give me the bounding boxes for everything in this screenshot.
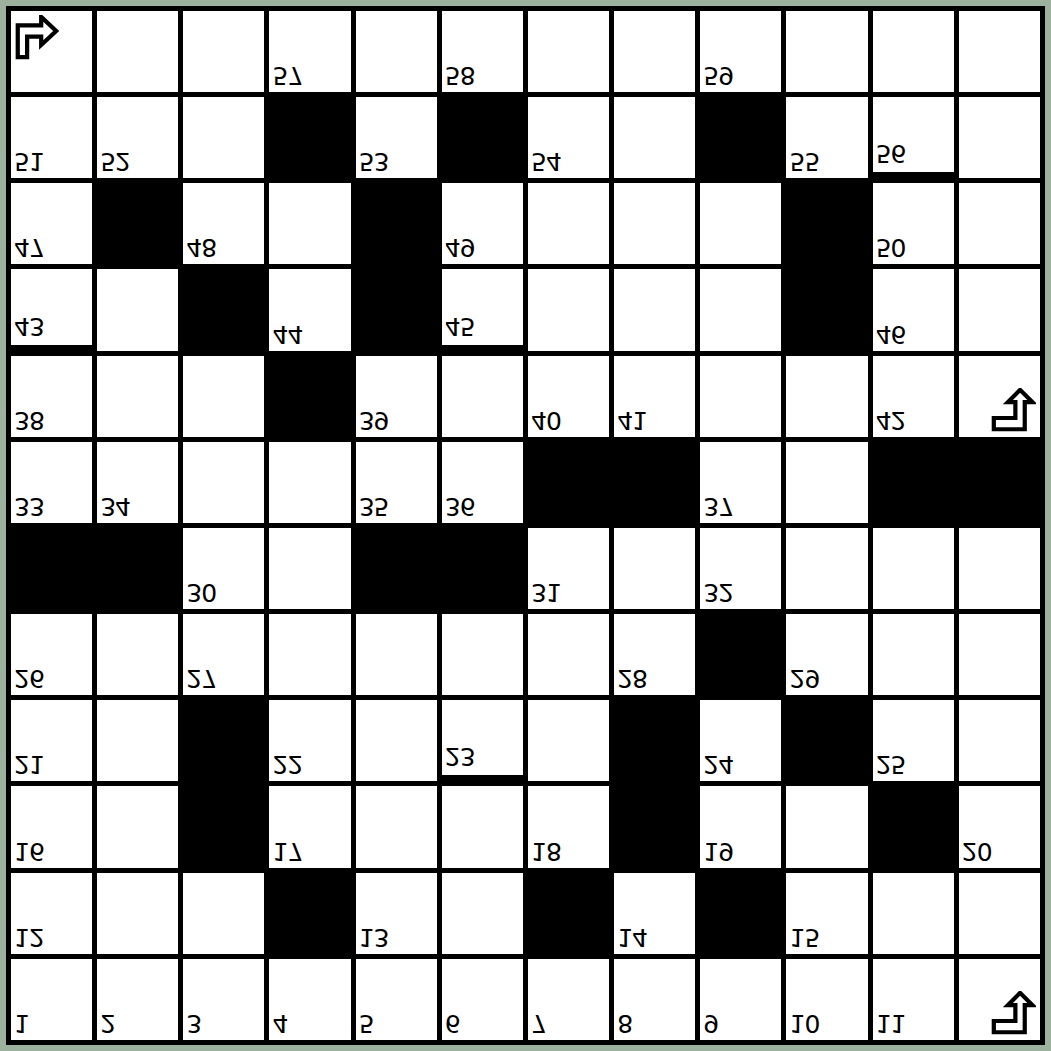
black-cell-r8c9 — [786, 700, 867, 781]
black-cell-r3c9 — [786, 269, 867, 350]
cell-r10c2[interactable] — [183, 873, 264, 954]
clue-number-51: 51 — [14, 149, 44, 174]
cell-r8c11[interactable] — [959, 700, 1040, 781]
cell-r8c5[interactable]: 23 — [442, 700, 523, 781]
cell-r7c1[interactable] — [97, 614, 178, 695]
cell-r7c7[interactable]: 28 — [614, 614, 695, 695]
cell-r10c1[interactable] — [97, 873, 178, 954]
cell-r1c10[interactable]: 56 — [873, 97, 954, 178]
cell-r4c5[interactable] — [442, 356, 523, 437]
black-cell-r6c0 — [11, 528, 92, 609]
crossword-board-frame: 5758595152535455564748495043444546383940… — [0, 0, 1051, 1051]
cell-r11c5[interactable]: 6 — [442, 959, 523, 1040]
cell-r4c4[interactable]: 39 — [356, 356, 437, 437]
cell-r3c6[interactable] — [528, 269, 609, 350]
cell-r11c4[interactable]: 5 — [356, 959, 437, 1040]
cell-r3c3[interactable]: 44 — [269, 269, 350, 350]
black-cell-r6c1 — [97, 528, 178, 609]
cell-r3c7[interactable] — [614, 269, 695, 350]
cell-r0c6[interactable] — [528, 11, 609, 92]
clue-number-52: 52 — [100, 149, 130, 174]
cell-r11c0[interactable]: 1 — [11, 959, 92, 1040]
cell-r3c10[interactable]: 46 — [873, 269, 954, 350]
cell-r9c8[interactable]: 19 — [700, 786, 781, 867]
cell-r8c10[interactable]: 25 — [873, 700, 954, 781]
clue-number-34: 34 — [100, 494, 130, 519]
cell-r0c1[interactable] — [97, 11, 178, 92]
black-cell-r8c2 — [183, 700, 264, 781]
cell-r10c7[interactable]: 14 — [614, 873, 695, 954]
clue-number-54: 54 — [531, 149, 561, 174]
black-cell-r10c6 — [528, 873, 609, 954]
cell-r10c5[interactable] — [442, 873, 523, 954]
cell-r4c6[interactable]: 40 — [528, 356, 609, 437]
cell-r7c10[interactable] — [873, 614, 954, 695]
cell-r5c5[interactable]: 36 — [442, 442, 523, 523]
clue-number-10: 10 — [789, 1011, 819, 1036]
cell-r6c11[interactable] — [959, 528, 1040, 609]
clue-number-25: 25 — [876, 752, 906, 777]
clue-number-12: 12 — [14, 925, 44, 950]
clue-number-5: 5 — [359, 1011, 374, 1036]
cell-r8c0[interactable]: 21 — [11, 700, 92, 781]
cell-r5c4[interactable]: 35 — [356, 442, 437, 523]
cell-r0c0[interactable] — [11, 11, 92, 92]
cell-r10c4[interactable]: 13 — [356, 873, 437, 954]
cell-r3c8[interactable] — [700, 269, 781, 350]
cell-r2c7[interactable] — [614, 183, 695, 264]
cell-r10c0[interactable]: 12 — [11, 873, 92, 954]
cell-r3c0[interactable]: 43 — [11, 269, 92, 350]
black-cell-r3c2 — [183, 269, 264, 350]
cell-r4c11[interactable] — [959, 356, 1040, 437]
clue-number-6: 6 — [445, 1011, 460, 1036]
clue-number-21: 21 — [14, 752, 44, 777]
cell-r2c5[interactable]: 49 — [442, 183, 523, 264]
cell-r4c8[interactable] — [700, 356, 781, 437]
cell-r9c5[interactable] — [442, 786, 523, 867]
cell-r0c5[interactable]: 58 — [442, 11, 523, 92]
clue-number-20: 20 — [962, 839, 992, 864]
black-cell-r5c6 — [528, 442, 609, 523]
cell-r7c4[interactable] — [356, 614, 437, 695]
black-cell-r1c5 — [442, 97, 523, 178]
clue-number-58: 58 — [445, 63, 475, 88]
clue-number-27: 27 — [186, 666, 216, 691]
black-cell-r6c5 — [442, 528, 523, 609]
clue-number-43: 43 — [14, 314, 44, 339]
clue-number-56: 56 — [876, 141, 906, 166]
clue-number-17: 17 — [272, 839, 302, 864]
cell-r9c4[interactable] — [356, 786, 437, 867]
black-cell-r3c4 — [356, 269, 437, 350]
cell-r8c3[interactable]: 22 — [269, 700, 350, 781]
cell-r4c2[interactable] — [183, 356, 264, 437]
cell-r9c11[interactable]: 20 — [959, 786, 1040, 867]
clue-number-40: 40 — [531, 408, 561, 433]
clue-number-29: 29 — [789, 666, 819, 691]
cell-r3c1[interactable] — [97, 269, 178, 350]
clue-number-11: 11 — [876, 1011, 906, 1036]
cell-r2c2[interactable]: 48 — [183, 183, 264, 264]
cell-r6c3[interactable] — [269, 528, 350, 609]
cell-r11c2[interactable]: 3 — [183, 959, 264, 1040]
crossword-grid: 5758595152535455564748495043444546383940… — [6, 6, 1045, 1045]
clue-number-19: 19 — [703, 839, 733, 864]
black-cell-r7c8 — [700, 614, 781, 695]
cell-r6c10[interactable] — [873, 528, 954, 609]
black-cell-r5c7 — [614, 442, 695, 523]
clue-number-23: 23 — [445, 744, 475, 769]
clue-number-50: 50 — [876, 235, 906, 260]
clue-number-38: 38 — [14, 408, 44, 433]
cell-r7c6[interactable] — [528, 614, 609, 695]
clue-number-30: 30 — [186, 580, 216, 605]
cell-r6c6[interactable]: 31 — [528, 528, 609, 609]
cell-r5c0[interactable]: 33 — [11, 442, 92, 523]
cell-r7c0[interactable]: 26 — [11, 614, 92, 695]
cell-r1c7[interactable] — [614, 97, 695, 178]
cell-r4c0[interactable]: 38 — [11, 356, 92, 437]
cell-r6c8[interactable]: 32 — [700, 528, 781, 609]
clue-number-44: 44 — [272, 322, 302, 347]
clue-number-36: 36 — [445, 494, 475, 519]
clue-number-8: 8 — [617, 1011, 632, 1036]
cell-r9c0[interactable]: 16 — [11, 786, 92, 867]
cell-r0c9[interactable] — [786, 11, 867, 92]
black-cell-r2c1 — [97, 183, 178, 264]
cell-r0c2[interactable] — [183, 11, 264, 92]
cell-r4c7[interactable]: 41 — [614, 356, 695, 437]
black-cell-r4c3 — [269, 356, 350, 437]
cell-r1c0[interactable]: 51 — [11, 97, 92, 178]
clue-number-32: 32 — [703, 580, 733, 605]
cell-r11c7[interactable]: 8 — [614, 959, 695, 1040]
clue-number-7: 7 — [531, 1011, 546, 1036]
clue-number-47: 47 — [14, 235, 44, 260]
black-cell-r2c4 — [356, 183, 437, 264]
black-cell-r5c11 — [959, 442, 1040, 523]
cell-r7c2[interactable]: 27 — [183, 614, 264, 695]
clue-number-2: 2 — [100, 1011, 115, 1036]
black-cell-r6c4 — [356, 528, 437, 609]
cell-r2c11[interactable] — [959, 183, 1040, 264]
clue-number-33: 33 — [14, 494, 44, 519]
black-cell-r1c3 — [269, 97, 350, 178]
cell-r8c1[interactable] — [97, 700, 178, 781]
cell-r1c1[interactable]: 52 — [97, 97, 178, 178]
cell-r0c10[interactable] — [873, 11, 954, 92]
cell-r9c3[interactable]: 17 — [269, 786, 350, 867]
cell-r11c6[interactable]: 7 — [528, 959, 609, 1040]
cell-r4c1[interactable] — [97, 356, 178, 437]
cell-r8c4[interactable] — [356, 700, 437, 781]
clue-number-31: 31 — [531, 580, 561, 605]
cell-r11c3[interactable]: 4 — [269, 959, 350, 1040]
cell-r2c8[interactable] — [700, 183, 781, 264]
clue-number-46: 46 — [876, 322, 906, 347]
clue-number-35: 35 — [359, 494, 389, 519]
clue-number-14: 14 — [617, 925, 647, 950]
cell-r11c8[interactable]: 9 — [700, 959, 781, 1040]
clue-number-49: 49 — [445, 235, 475, 260]
clue-number-48: 48 — [186, 235, 216, 260]
clue-number-39: 39 — [359, 408, 389, 433]
cell-r0c11[interactable] — [959, 11, 1040, 92]
cell-r4c9[interactable] — [786, 356, 867, 437]
cell-r2c3[interactable] — [269, 183, 350, 264]
black-cell-r1c8 — [700, 97, 781, 178]
cell-r6c9[interactable] — [786, 528, 867, 609]
cell-r7c9[interactable]: 29 — [786, 614, 867, 695]
cell-r1c9[interactable]: 55 — [786, 97, 867, 178]
cell-r10c11[interactable] — [959, 873, 1040, 954]
cell-r2c0[interactable]: 47 — [11, 183, 92, 264]
cell-r4c10[interactable]: 42 — [873, 356, 954, 437]
clue-number-26: 26 — [14, 666, 44, 691]
black-cell-r9c10 — [873, 786, 954, 867]
cell-r8c8[interactable]: 24 — [700, 700, 781, 781]
cell-r3c5[interactable]: 45 — [442, 269, 523, 350]
clue-number-22: 22 — [272, 752, 302, 777]
clue-number-59: 59 — [703, 63, 733, 88]
cell-r0c7[interactable] — [614, 11, 695, 92]
clue-number-53: 53 — [359, 149, 389, 174]
cell-r5c2[interactable] — [183, 442, 264, 523]
clue-number-45: 45 — [445, 314, 475, 339]
cell-r6c7[interactable] — [614, 528, 695, 609]
cell-r1c4[interactable]: 53 — [356, 97, 437, 178]
clue-number-3: 3 — [186, 1011, 201, 1036]
clue-number-57: 57 — [272, 63, 302, 88]
cell-r1c11[interactable] — [959, 97, 1040, 178]
bent-arrow-up-right-icon — [14, 15, 59, 60]
clue-number-28: 28 — [617, 666, 647, 691]
black-cell-r8c7 — [614, 700, 695, 781]
clue-number-13: 13 — [359, 925, 389, 950]
cell-r9c1[interactable] — [97, 786, 178, 867]
bent-arrow-right-up-icon — [991, 991, 1036, 1036]
cell-r11c11[interactable] — [959, 959, 1040, 1040]
cell-r7c11[interactable] — [959, 614, 1040, 695]
clue-number-4: 4 — [272, 1011, 287, 1036]
cell-r9c9[interactable] — [786, 786, 867, 867]
cell-r9c6[interactable]: 18 — [528, 786, 609, 867]
cell-r2c6[interactable] — [528, 183, 609, 264]
cell-r5c8[interactable]: 37 — [700, 442, 781, 523]
cell-r0c3[interactable]: 57 — [269, 11, 350, 92]
cell-r0c4[interactable] — [356, 11, 437, 92]
cell-r11c9[interactable]: 10 — [786, 959, 867, 1040]
black-cell-r9c2 — [183, 786, 264, 867]
cell-r0c8[interactable]: 59 — [700, 11, 781, 92]
bent-arrow-right-up-icon — [991, 388, 1036, 433]
clue-number-24: 24 — [703, 752, 733, 777]
cell-r11c10[interactable]: 11 — [873, 959, 954, 1040]
cell-r10c10[interactable] — [873, 873, 954, 954]
clue-number-1: 1 — [14, 1011, 29, 1036]
clue-number-41: 41 — [617, 408, 647, 433]
clue-number-18: 18 — [531, 839, 561, 864]
black-cell-r2c9 — [786, 183, 867, 264]
cell-r7c3[interactable] — [269, 614, 350, 695]
black-cell-r5c10 — [873, 442, 954, 523]
cell-r7c5[interactable] — [442, 614, 523, 695]
clue-number-37: 37 — [703, 494, 733, 519]
cell-r6c2[interactable]: 30 — [183, 528, 264, 609]
cell-r1c2[interactable] — [183, 97, 264, 178]
clue-number-55: 55 — [789, 149, 819, 174]
cell-r10c9[interactable]: 15 — [786, 873, 867, 954]
clue-number-42: 42 — [876, 408, 906, 433]
cell-r1c6[interactable]: 54 — [528, 97, 609, 178]
black-cell-r10c3 — [269, 873, 350, 954]
black-cell-r9c7 — [614, 786, 695, 867]
cell-r5c1[interactable]: 34 — [97, 442, 178, 523]
black-cell-r10c8 — [700, 873, 781, 954]
clue-number-15: 15 — [789, 925, 819, 950]
cell-r5c9[interactable] — [786, 442, 867, 523]
cell-r3c11[interactable] — [959, 269, 1040, 350]
cell-r8c6[interactable] — [528, 700, 609, 781]
cell-r2c10[interactable]: 50 — [873, 183, 954, 264]
cell-r5c3[interactable] — [269, 442, 350, 523]
clue-number-16: 16 — [14, 839, 44, 864]
cell-r11c1[interactable]: 2 — [97, 959, 178, 1040]
clue-number-9: 9 — [703, 1011, 718, 1036]
